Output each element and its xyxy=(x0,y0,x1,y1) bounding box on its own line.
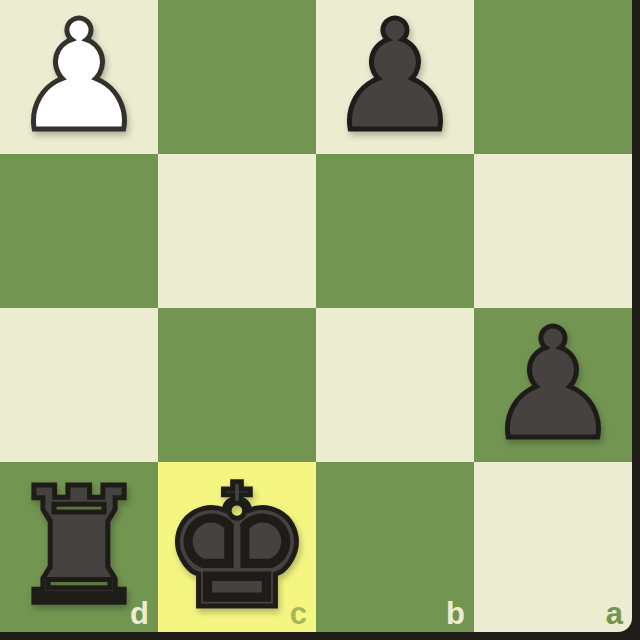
square-a6[interactable] xyxy=(474,154,632,308)
square-b5[interactable]: ♟ xyxy=(316,0,474,154)
square-d8[interactable]: ♜d xyxy=(0,462,158,632)
square-d7[interactable] xyxy=(0,308,158,462)
square-c7[interactable] xyxy=(158,308,316,462)
square-a8[interactable]: a xyxy=(474,462,632,632)
black-pawn-piece[interactable]: ♟ xyxy=(327,1,463,153)
square-d5[interactable]: ♟ xyxy=(0,0,158,154)
square-c6[interactable] xyxy=(158,154,316,308)
white-pawn-piece[interactable]: ♟ xyxy=(11,1,147,153)
file-label-b: b xyxy=(446,598,465,629)
file-label-c: c xyxy=(290,598,307,629)
square-a7[interactable]: ♟ xyxy=(474,308,632,462)
black-pawn-piece[interactable]: ♟ xyxy=(485,309,621,461)
file-label-a: a xyxy=(606,598,623,629)
square-c5[interactable] xyxy=(158,0,316,154)
square-b6[interactable] xyxy=(316,154,474,308)
square-b7[interactable] xyxy=(316,308,474,462)
square-d6[interactable] xyxy=(0,154,158,308)
square-c8[interactable]: ♚c xyxy=(158,462,316,632)
file-label-d: d xyxy=(130,598,149,629)
chess-board: ♟♟♟♜d♚cba xyxy=(0,0,632,632)
square-a5[interactable] xyxy=(474,0,632,154)
square-b8[interactable]: b xyxy=(316,462,474,632)
